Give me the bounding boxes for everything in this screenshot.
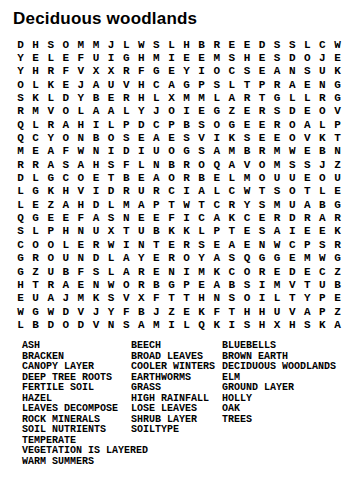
grid-cell-r19c14[interactable]: A [209,278,224,291]
grid-cell-r11c11[interactable]: O [164,171,179,184]
grid-cell-r21c6[interactable]: J [88,305,103,318]
grid-cell-r4c4[interactable]: E [58,78,73,91]
grid-cell-r3c8[interactable]: R [119,65,134,78]
grid-cell-r10c22[interactable]: Z [330,158,345,171]
grid-cell-r5c13[interactable]: M [194,91,209,104]
grid-cell-r6c3[interactable]: V [43,105,58,118]
grid-cell-r7c1[interactable]: Q [13,118,28,131]
grid-cell-r19c21[interactable]: U [315,278,330,291]
grid-cell-r8c19[interactable]: O [285,131,300,144]
grid-cell-r18c21[interactable]: C [315,265,330,278]
grid-cell-r20c4[interactable]: J [58,292,73,305]
grid-cell-r4c8[interactable]: V [119,78,134,91]
grid-cell-r5c15[interactable]: A [224,91,239,104]
grid-cell-r11c3[interactable]: G [43,171,58,184]
grid-cell-r9c8[interactable]: D [119,145,134,158]
grid-cell-r7c8[interactable]: P [119,118,134,131]
grid-cell-r1c11[interactable]: L [164,38,179,51]
grid-cell-r3c7[interactable]: X [104,65,119,78]
grid-cell-r2c8[interactable]: G [119,51,134,64]
grid-cell-r1c9[interactable]: W [134,38,149,51]
grid-cell-r6c6[interactable]: A [88,105,103,118]
grid-cell-r19c15[interactable]: B [224,278,239,291]
grid-cell-r16c6[interactable]: R [88,238,103,251]
grid-cell-r16c12[interactable]: R [179,238,194,251]
grid-cell-r14c17[interactable]: E [255,211,270,224]
grid-cell-r8c13[interactable]: V [194,131,209,144]
grid-cell-r21c20[interactable]: A [300,305,315,318]
grid-cell-r14c15[interactable]: K [224,211,239,224]
grid-cell-r8c8[interactable]: S [119,131,134,144]
grid-cell-r8c1[interactable]: Q [13,131,28,144]
grid-cell-r21c11[interactable]: Z [164,305,179,318]
grid-cell-r3c11[interactable]: E [164,65,179,78]
grid-cell-r16c22[interactable]: R [330,238,345,251]
grid-cell-r18c18[interactable]: E [270,265,285,278]
grid-cell-r12c11[interactable]: C [164,185,179,198]
grid-cell-r16c16[interactable]: E [239,238,254,251]
grid-cell-r13c1[interactable]: L [13,198,28,211]
grid-cell-r13c4[interactable]: A [58,198,73,211]
grid-cell-r10c12[interactable]: R [179,158,194,171]
grid-cell-r3c18[interactable]: A [270,65,285,78]
grid-cell-r8c22[interactable]: T [330,131,345,144]
grid-cell-r4c19[interactable]: A [285,78,300,91]
grid-cell-r11c12[interactable]: R [179,171,194,184]
grid-cell-r20c17[interactable]: I [255,292,270,305]
grid-cell-r20c2[interactable]: U [28,292,43,305]
grid-cell-r16c18[interactable]: W [270,238,285,251]
grid-cell-r1c21[interactable]: C [315,38,330,51]
grid-cell-r8c21[interactable]: K [315,131,330,144]
grid-cell-r13c16[interactable]: Y [239,198,254,211]
grid-cell-r7c9[interactable]: D [134,118,149,131]
grid-cell-r12c9[interactable]: U [134,185,149,198]
grid-cell-r21c18[interactable]: U [270,305,285,318]
grid-cell-r13c20[interactable]: A [300,198,315,211]
grid-cell-r11c16[interactable]: M [239,171,254,184]
grid-cell-r13c3[interactable]: Z [43,198,58,211]
grid-cell-r7c4[interactable]: A [58,118,73,131]
grid-cell-r14c19[interactable]: D [285,211,300,224]
grid-cell-r9c4[interactable]: F [58,145,73,158]
grid-cell-r22c12[interactable]: L [179,318,194,331]
grid-cell-r13c6[interactable]: D [88,198,103,211]
grid-cell-r19c8[interactable]: O [119,278,134,291]
grid-cell-r12c16[interactable]: W [239,185,254,198]
grid-cell-r3c12[interactable]: Y [179,65,194,78]
grid-cell-r17c6[interactable]: D [88,252,103,265]
grid-cell-r18c17[interactable]: R [255,265,270,278]
grid-cell-r5c14[interactable]: L [209,91,224,104]
grid-cell-r15c13[interactable]: L [194,225,209,238]
grid-cell-r11c22[interactable]: U [330,171,345,184]
grid-cell-r10c19[interactable]: S [285,158,300,171]
grid-cell-r11c7[interactable]: T [104,171,119,184]
grid-cell-r14c7[interactable]: S [104,211,119,224]
grid-cell-r16c4[interactable]: L [58,238,73,251]
grid-cell-r8c18[interactable]: E [270,131,285,144]
grid-cell-r1c17[interactable]: D [255,38,270,51]
grid-cell-r3c16[interactable]: S [239,65,254,78]
grid-cell-r22c9[interactable]: A [134,318,149,331]
grid-cell-r19c1[interactable]: H [13,278,28,291]
grid-cell-r5c9[interactable]: H [134,91,149,104]
grid-cell-r16c3[interactable]: O [43,238,58,251]
grid-cell-r5c8[interactable]: R [119,91,134,104]
grid-cell-r15c21[interactable]: E [315,225,330,238]
grid-cell-r14c1[interactable]: Q [13,211,28,224]
grid-cell-r7c17[interactable]: E [255,118,270,131]
grid-cell-r8c7[interactable]: O [104,131,119,144]
grid-cell-r10c16[interactable]: V [239,158,254,171]
grid-cell-r16c10[interactable]: T [149,238,164,251]
grid-cell-r19c16[interactable]: S [239,278,254,291]
grid-cell-r16c5[interactable]: E [73,238,88,251]
grid-cell-r3c19[interactable]: N [285,65,300,78]
grid-cell-r20c16[interactable]: O [239,292,254,305]
grid-cell-r18c13[interactable]: M [194,265,209,278]
grid-cell-r21c5[interactable]: V [73,305,88,318]
grid-cell-r14c8[interactable]: N [119,211,134,224]
grid-cell-r17c1[interactable]: G [13,252,28,265]
grid-cell-r10c13[interactable]: O [194,158,209,171]
grid-cell-r22c21[interactable]: K [315,318,330,331]
grid-cell-r2c18[interactable]: S [270,51,285,64]
grid-cell-r2c4[interactable]: E [58,51,73,64]
grid-cell-r22c22[interactable]: A [330,318,345,331]
grid-cell-r10c6[interactable]: H [88,158,103,171]
grid-cell-r19c18[interactable]: M [270,278,285,291]
grid-cell-r21c3[interactable]: W [43,305,58,318]
grid-cell-r12c19[interactable]: O [285,185,300,198]
grid-cell-r18c7[interactable]: L [104,265,119,278]
grid-cell-r9c12[interactable]: G [179,145,194,158]
grid-cell-r11c20[interactable]: E [300,171,315,184]
grid-cell-r21c13[interactable]: K [194,305,209,318]
grid-cell-r1c2[interactable]: H [28,38,43,51]
grid-cell-r1c20[interactable]: L [300,38,315,51]
grid-cell-r22c14[interactable]: K [209,318,224,331]
grid-cell-r13c10[interactable]: P [149,198,164,211]
grid-cell-r15c3[interactable]: P [43,225,58,238]
grid-cell-r10c20[interactable]: S [300,158,315,171]
grid-cell-r5c19[interactable]: L [285,91,300,104]
grid-cell-r5c18[interactable]: G [270,91,285,104]
grid-cell-r17c2[interactable]: R [28,252,43,265]
grid-cell-r8c9[interactable]: E [134,131,149,144]
grid-cell-r15c14[interactable]: P [209,225,224,238]
grid-cell-r1c7[interactable]: J [104,38,119,51]
grid-cell-r19c17[interactable]: I [255,278,270,291]
grid-cell-r11c5[interactable]: O [73,171,88,184]
grid-cell-r3c9[interactable]: F [134,65,149,78]
grid-cell-r6c8[interactable]: L [119,105,134,118]
grid-cell-r3c13[interactable]: I [194,65,209,78]
grid-cell-r7c22[interactable]: P [330,118,345,131]
grid-cell-r17c21[interactable]: W [315,252,330,265]
grid-cell-r1c19[interactable]: S [285,38,300,51]
grid-cell-r10c1[interactable]: R [13,158,28,171]
grid-cell-r14c13[interactable]: C [194,211,209,224]
grid-cell-r18c12[interactable]: I [179,265,194,278]
grid-cell-r4c7[interactable]: U [104,78,119,91]
grid-cell-r21c17[interactable]: H [255,305,270,318]
grid-cell-r2c22[interactable]: E [330,51,345,64]
grid-cell-r20c6[interactable]: K [88,292,103,305]
grid-cell-r4c9[interactable]: H [134,78,149,91]
grid-cell-r5c7[interactable]: E [104,91,119,104]
grid-cell-r1c22[interactable]: W [330,38,345,51]
grid-cell-r2c2[interactable]: E [28,51,43,64]
grid-cell-r13c18[interactable]: M [270,198,285,211]
grid-cell-r10c15[interactable]: A [224,158,239,171]
grid-cell-r9c3[interactable]: A [43,145,58,158]
grid-cell-r7c14[interactable]: O [209,118,224,131]
grid-cell-r3c17[interactable]: E [255,65,270,78]
grid-cell-r12c14[interactable]: L [209,185,224,198]
grid-cell-r11c1[interactable]: D [13,171,28,184]
grid-cell-r15c19[interactable]: I [285,225,300,238]
grid-cell-r20c20[interactable]: Y [300,292,315,305]
grid-cell-r9c10[interactable]: U [149,145,164,158]
grid-cell-r15c17[interactable]: S [255,225,270,238]
grid-cell-r17c14[interactable]: A [209,252,224,265]
grid-cell-r8c12[interactable]: S [179,131,194,144]
grid-cell-r16c9[interactable]: N [134,238,149,251]
grid-cell-r6c22[interactable]: V [330,105,345,118]
grid-cell-r1c16[interactable]: E [239,38,254,51]
grid-cell-r19c5[interactable]: E [73,278,88,291]
grid-cell-r13c17[interactable]: S [255,198,270,211]
grid-cell-r19c10[interactable]: B [149,278,164,291]
grid-cell-r4c1[interactable]: O [13,78,28,91]
grid-cell-r18c6[interactable]: S [88,265,103,278]
grid-cell-r4c17[interactable]: P [255,78,270,91]
grid-cell-r19c13[interactable]: E [194,278,209,291]
grid-cell-r14c3[interactable]: E [43,211,58,224]
grid-cell-r19c3[interactable]: R [43,278,58,291]
grid-cell-r16c21[interactable]: S [315,238,330,251]
grid-cell-r19c20[interactable]: T [300,278,315,291]
grid-cell-r16c20[interactable]: P [300,238,315,251]
grid-cell-r18c3[interactable]: U [43,265,58,278]
grid-cell-r20c22[interactable]: E [330,292,345,305]
grid-cell-r21c16[interactable]: H [239,305,254,318]
grid-cell-r3c14[interactable]: O [209,65,224,78]
grid-cell-r2c13[interactable]: E [194,51,209,64]
grid-cell-r3c22[interactable]: K [330,65,345,78]
grid-cell-r22c6[interactable]: V [88,318,103,331]
grid-cell-r3c5[interactable]: V [73,65,88,78]
grid-cell-r6c17[interactable]: R [255,105,270,118]
grid-cell-r10c9[interactable]: L [134,158,149,171]
grid-cell-r21c7[interactable]: Y [104,305,119,318]
grid-cell-r19c9[interactable]: R [134,278,149,291]
grid-cell-r17c17[interactable]: G [255,252,270,265]
grid-cell-r17c19[interactable]: E [285,252,300,265]
grid-cell-r14c2[interactable]: G [28,211,43,224]
grid-cell-r8c6[interactable]: B [88,131,103,144]
grid-cell-r12c15[interactable]: C [224,185,239,198]
grid-cell-r11c6[interactable]: E [88,171,103,184]
grid-cell-r22c8[interactable]: S [119,318,134,331]
grid-cell-r11c15[interactable]: L [224,171,239,184]
grid-cell-r12c10[interactable]: R [149,185,164,198]
grid-cell-r13c11[interactable]: T [164,198,179,211]
grid-cell-r14c11[interactable]: F [164,211,179,224]
grid-cell-r13c21[interactable]: B [315,198,330,211]
grid-cell-r17c18[interactable]: G [270,252,285,265]
grid-cell-r14c16[interactable]: C [239,211,254,224]
grid-cell-r8c14[interactable]: I [209,131,224,144]
grid-cell-r7c7[interactable]: L [104,118,119,131]
grid-cell-r21c2[interactable]: G [28,305,43,318]
grid-cell-r5c12[interactable]: M [179,91,194,104]
grid-cell-r1c12[interactable]: H [179,38,194,51]
grid-cell-r18c8[interactable]: A [119,265,134,278]
grid-cell-r6c5[interactable]: L [73,105,88,118]
grid-cell-r15c10[interactable]: B [149,225,164,238]
grid-cell-r3c2[interactable]: H [28,65,43,78]
grid-cell-r2c5[interactable]: F [73,51,88,64]
grid-cell-r9c18[interactable]: M [270,145,285,158]
grid-cell-r12c13[interactable]: A [194,185,209,198]
grid-cell-r1c10[interactable]: S [149,38,164,51]
grid-cell-r4c3[interactable]: K [43,78,58,91]
grid-cell-r3c6[interactable]: X [88,65,103,78]
grid-cell-r16c13[interactable]: S [194,238,209,251]
grid-cell-r13c5[interactable]: H [73,198,88,211]
grid-cell-r10c4[interactable]: S [58,158,73,171]
grid-cell-r18c9[interactable]: R [134,265,149,278]
grid-cell-r2c11[interactable]: I [164,51,179,64]
grid-cell-r7c10[interactable]: C [149,118,164,131]
grid-cell-r13c13[interactable]: T [194,198,209,211]
grid-cell-r22c10[interactable]: M [149,318,164,331]
grid-cell-r1c18[interactable]: S [270,38,285,51]
grid-cell-r20c12[interactable]: T [179,292,194,305]
grid-cell-r17c4[interactable]: U [58,252,73,265]
grid-cell-r15c18[interactable]: A [270,225,285,238]
grid-cell-r20c9[interactable]: X [134,292,149,305]
grid-cell-r21c22[interactable]: Z [330,305,345,318]
grid-cell-r7c20[interactable]: A [300,118,315,131]
grid-cell-r12c1[interactable]: L [13,185,28,198]
grid-cell-r6c13[interactable]: E [194,105,209,118]
grid-cell-r16c8[interactable]: I [119,238,134,251]
grid-cell-r2c17[interactable]: E [255,51,270,64]
grid-cell-r19c2[interactable]: T [28,278,43,291]
grid-cell-r4c16[interactable]: T [239,78,254,91]
grid-cell-r9c17[interactable]: R [255,145,270,158]
grid-cell-r21c9[interactable]: B [134,305,149,318]
grid-cell-r18c5[interactable]: F [73,265,88,278]
grid-cell-r7c12[interactable]: B [179,118,194,131]
grid-cell-r17c7[interactable]: L [104,252,119,265]
grid-cell-r20c14[interactable]: N [209,292,224,305]
grid-cell-r17c20[interactable]: M [300,252,315,265]
grid-cell-r14c22[interactable]: R [330,211,345,224]
grid-cell-r5c1[interactable]: S [13,91,28,104]
grid-cell-r6c1[interactable]: R [13,105,28,118]
grid-cell-r16c7[interactable]: W [104,238,119,251]
grid-cell-r22c19[interactable]: H [285,318,300,331]
grid-cell-r2c9[interactable]: H [134,51,149,64]
grid-cell-r16c2[interactable]: O [28,238,43,251]
grid-cell-r5c3[interactable]: L [43,91,58,104]
grid-cell-r4c5[interactable]: J [73,78,88,91]
grid-cell-r1c13[interactable]: B [194,38,209,51]
grid-cell-r6c14[interactable]: G [209,105,224,118]
grid-cell-r2c12[interactable]: E [179,51,194,64]
grid-cell-r3c4[interactable]: F [58,65,73,78]
grid-cell-r13c8[interactable]: M [119,198,134,211]
grid-cell-r17c12[interactable]: O [179,252,194,265]
grid-cell-r7c18[interactable]: R [270,118,285,131]
grid-cell-r2c1[interactable]: Y [13,51,28,64]
grid-cell-r4c6[interactable]: A [88,78,103,91]
grid-cell-r11c2[interactable]: L [28,171,43,184]
grid-cell-r22c5[interactable]: D [73,318,88,331]
grid-cell-r8c5[interactable]: N [73,131,88,144]
grid-cell-r19c22[interactable]: B [330,278,345,291]
grid-cell-r10c2[interactable]: R [28,158,43,171]
grid-cell-r16c11[interactable]: E [164,238,179,251]
grid-cell-r15c12[interactable]: K [179,225,194,238]
grid-cell-r11c8[interactable]: B [119,171,134,184]
grid-cell-r22c2[interactable]: B [28,318,43,331]
grid-cell-r9c14[interactable]: A [209,145,224,158]
grid-cell-r10c10[interactable]: N [149,158,164,171]
grid-cell-r2c20[interactable]: O [300,51,315,64]
grid-cell-r2c14[interactable]: M [209,51,224,64]
grid-cell-r10c8[interactable]: F [119,158,134,171]
grid-cell-r5c2[interactable]: K [28,91,43,104]
grid-cell-r12c4[interactable]: H [58,185,73,198]
grid-cell-r22c1[interactable]: L [13,318,28,331]
grid-cell-r14c10[interactable]: E [149,211,164,224]
grid-cell-r20c10[interactable]: F [149,292,164,305]
grid-cell-r14c9[interactable]: E [134,211,149,224]
grid-cell-r5c20[interactable]: L [300,91,315,104]
grid-cell-r18c22[interactable]: Z [330,265,345,278]
grid-cell-r18c11[interactable]: N [164,265,179,278]
grid-cell-r6c15[interactable]: Z [224,105,239,118]
grid-cell-r16c15[interactable]: A [224,238,239,251]
grid-cell-r9c22[interactable]: N [330,145,345,158]
grid-cell-r2c15[interactable]: S [224,51,239,64]
grid-cell-r6c9[interactable]: Y [134,105,149,118]
grid-cell-r4c18[interactable]: R [270,78,285,91]
grid-cell-r2c16[interactable]: H [239,51,254,64]
grid-cell-r21c10[interactable]: J [149,305,164,318]
grid-cell-r12c7[interactable]: D [104,185,119,198]
grid-cell-r7c16[interactable]: E [239,118,254,131]
grid-cell-r7c2[interactable]: L [28,118,43,131]
grid-cell-r17c15[interactable]: S [224,252,239,265]
grid-cell-r13c12[interactable]: W [179,198,194,211]
grid-cell-r7c21[interactable]: L [315,118,330,131]
grid-cell-r1c14[interactable]: R [209,38,224,51]
grid-cell-r10c3[interactable]: A [43,158,58,171]
grid-cell-r10c7[interactable]: S [104,158,119,171]
grid-cell-r17c11[interactable]: R [164,252,179,265]
grid-cell-r3c1[interactable]: Y [13,65,28,78]
grid-cell-r9c6[interactable]: N [88,145,103,158]
grid-cell-r8c11[interactable]: E [164,131,179,144]
grid-cell-r21c12[interactable]: E [179,305,194,318]
